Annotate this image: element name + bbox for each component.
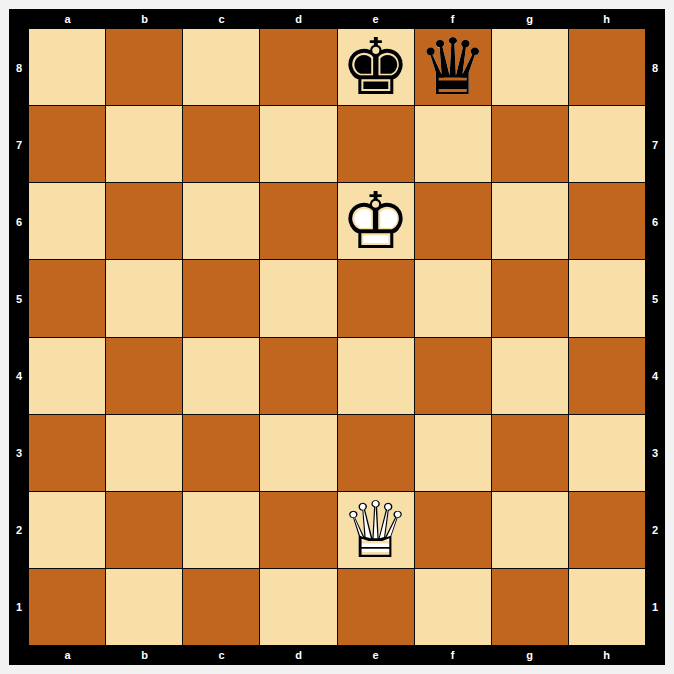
rank-labels-left: 87654321: [9, 29, 29, 645]
square-a1[interactable]: [29, 569, 105, 645]
square-a8[interactable]: [29, 29, 105, 105]
square-e3[interactable]: [338, 415, 414, 491]
square-h4[interactable]: [569, 338, 645, 414]
square-h6[interactable]: [569, 183, 645, 259]
white-king-outline-glyph: ♔: [341, 182, 411, 260]
square-f3[interactable]: [415, 415, 491, 491]
square-f1[interactable]: [415, 569, 491, 645]
square-e5[interactable]: [338, 260, 414, 336]
square-c1[interactable]: [183, 569, 259, 645]
square-d8[interactable]: [260, 29, 336, 105]
square-d5[interactable]: [260, 260, 336, 336]
square-h2[interactable]: [569, 492, 645, 568]
square-a6[interactable]: [29, 183, 105, 259]
file-label-top-c: c: [183, 9, 260, 29]
square-g5[interactable]: [492, 260, 568, 336]
file-label-top-e: e: [337, 9, 414, 29]
file-labels-bottom: abcdefgh: [29, 645, 645, 665]
rank-label-right-3: 3: [645, 414, 665, 491]
white-king-fill-glyph: ♚: [341, 182, 411, 260]
square-d7[interactable]: [260, 106, 336, 182]
piece-black-queen[interactable]: ♕♛: [415, 29, 491, 105]
square-g2[interactable]: [492, 492, 568, 568]
square-c2[interactable]: [183, 492, 259, 568]
rank-label-right-4: 4: [645, 337, 665, 414]
square-b2[interactable]: [106, 492, 182, 568]
file-label-bottom-e: e: [337, 645, 414, 665]
file-label-top-d: d: [260, 9, 337, 29]
black-king-fill-glyph: ♔: [341, 28, 411, 106]
square-f5[interactable]: [415, 260, 491, 336]
square-e8[interactable]: ♔♚: [338, 29, 414, 105]
rank-labels-right: 87654321: [645, 29, 665, 645]
square-a2[interactable]: [29, 492, 105, 568]
square-g8[interactable]: [492, 29, 568, 105]
rank-label-left-7: 7: [9, 106, 29, 183]
square-g4[interactable]: [492, 338, 568, 414]
square-a4[interactable]: [29, 338, 105, 414]
square-a3[interactable]: [29, 415, 105, 491]
file-label-bottom-d: d: [260, 645, 337, 665]
square-h1[interactable]: [569, 569, 645, 645]
square-g7[interactable]: [492, 106, 568, 182]
rank-label-left-1: 1: [9, 568, 29, 645]
file-label-bottom-g: g: [491, 645, 568, 665]
rank-label-left-5: 5: [9, 260, 29, 337]
rank-label-right-6: 6: [645, 183, 665, 260]
square-g6[interactable]: [492, 183, 568, 259]
square-c3[interactable]: [183, 415, 259, 491]
file-label-top-g: g: [491, 9, 568, 29]
chess-board: ♔♚♕♛♚♔♛♕: [29, 29, 645, 645]
file-label-bottom-h: h: [568, 645, 645, 665]
square-b7[interactable]: [106, 106, 182, 182]
black-king-outline-glyph: ♚: [341, 28, 411, 106]
rank-label-left-2: 2: [9, 491, 29, 568]
rank-label-right-8: 8: [645, 29, 665, 106]
square-h8[interactable]: [569, 29, 645, 105]
square-f4[interactable]: [415, 338, 491, 414]
square-d3[interactable]: [260, 415, 336, 491]
square-b4[interactable]: [106, 338, 182, 414]
rank-label-left-6: 6: [9, 183, 29, 260]
rank-label-left-3: 3: [9, 414, 29, 491]
square-g3[interactable]: [492, 415, 568, 491]
rank-label-right-1: 1: [645, 568, 665, 645]
square-e4[interactable]: [338, 338, 414, 414]
square-c8[interactable]: [183, 29, 259, 105]
file-label-top-a: a: [29, 9, 106, 29]
square-c4[interactable]: [183, 338, 259, 414]
white-queen-outline-glyph: ♕: [341, 491, 411, 569]
square-a5[interactable]: [29, 260, 105, 336]
rank-label-right-7: 7: [645, 106, 665, 183]
file-label-bottom-a: a: [29, 645, 106, 665]
rank-label-right-5: 5: [645, 260, 665, 337]
file-label-top-f: f: [414, 9, 491, 29]
black-queen-fill-glyph: ♕: [418, 28, 488, 106]
square-f7[interactable]: [415, 106, 491, 182]
square-h3[interactable]: [569, 415, 645, 491]
chess-board-frame: abcdefgh 87654321 ♔♚♕♛♚♔♛♕ 87654321 abcd…: [9, 9, 665, 665]
file-label-top-h: h: [568, 9, 645, 29]
rank-label-right-2: 2: [645, 491, 665, 568]
square-g1[interactable]: [492, 569, 568, 645]
piece-white-queen[interactable]: ♛♕: [338, 492, 414, 568]
rank-label-left-8: 8: [9, 29, 29, 106]
square-c7[interactable]: [183, 106, 259, 182]
piece-white-king[interactable]: ♚♔: [338, 183, 414, 259]
square-a7[interactable]: [29, 106, 105, 182]
square-f8[interactable]: ♕♛: [415, 29, 491, 105]
square-e7[interactable]: [338, 106, 414, 182]
square-h5[interactable]: [569, 260, 645, 336]
square-d2[interactable]: [260, 492, 336, 568]
white-queen-fill-glyph: ♛: [341, 491, 411, 569]
file-labels-top: abcdefgh: [29, 9, 645, 29]
file-label-bottom-b: b: [106, 645, 183, 665]
square-c5[interactable]: [183, 260, 259, 336]
file-label-bottom-f: f: [414, 645, 491, 665]
square-b5[interactable]: [106, 260, 182, 336]
file-label-top-b: b: [106, 9, 183, 29]
square-e2[interactable]: ♛♕: [338, 492, 414, 568]
square-c6[interactable]: [183, 183, 259, 259]
square-h7[interactable]: [569, 106, 645, 182]
rank-label-left-4: 4: [9, 337, 29, 414]
black-queen-outline-glyph: ♛: [418, 28, 488, 106]
square-e6[interactable]: ♚♔: [338, 183, 414, 259]
square-d1[interactable]: [260, 569, 336, 645]
file-label-bottom-c: c: [183, 645, 260, 665]
square-b6[interactable]: [106, 183, 182, 259]
square-b1[interactable]: [106, 569, 182, 645]
square-b8[interactable]: [106, 29, 182, 105]
square-e1[interactable]: [338, 569, 414, 645]
square-b3[interactable]: [106, 415, 182, 491]
square-f6[interactable]: [415, 183, 491, 259]
square-d6[interactable]: [260, 183, 336, 259]
square-f2[interactable]: [415, 492, 491, 568]
square-d4[interactable]: [260, 338, 336, 414]
piece-black-king[interactable]: ♔♚: [338, 29, 414, 105]
